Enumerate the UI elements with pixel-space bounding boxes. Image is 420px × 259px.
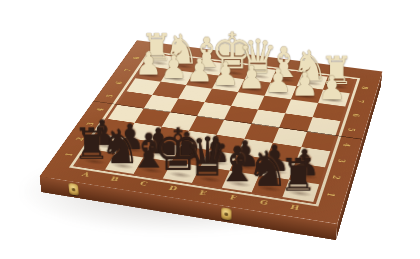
piece-light-pawn-g7: ♟ bbox=[291, 68, 319, 101]
piece-dark-rook-h1: ♜ bbox=[279, 153, 318, 198]
photo-background: ♜♞♝♚♛♝♞♜♟♟♟♟♟♟♟♟♟♟♟♟♟♟♟♟♜♞♝♚♛♝♞♜ ABCDEFG… bbox=[0, 0, 420, 259]
brass-clasp-left bbox=[68, 183, 79, 196]
piece-light-pawn-f7: ♟ bbox=[264, 64, 292, 96]
brass-clasp-right bbox=[221, 207, 231, 220]
piece-light-pawn-a7: ♟ bbox=[135, 48, 162, 79]
square-f6 bbox=[258, 96, 291, 113]
piece-light-pawn-e7: ♟ bbox=[238, 61, 266, 93]
chess-board: ♜♞♝♚♛♝♞♜♟♟♟♟♟♟♟♟♟♟♟♟♟♟♟♟♜♞♝♚♛♝♞♜ ABCDEFG… bbox=[40, 40, 383, 224]
piece-light-pawn-c7: ♟ bbox=[186, 54, 213, 86]
piece-light-pawn-d7: ♟ bbox=[212, 58, 239, 90]
square-g6 bbox=[285, 99, 318, 117]
piece-light-pawn-b7: ♟ bbox=[160, 51, 187, 83]
piece-light-pawn-h7: ♟ bbox=[318, 71, 346, 104]
